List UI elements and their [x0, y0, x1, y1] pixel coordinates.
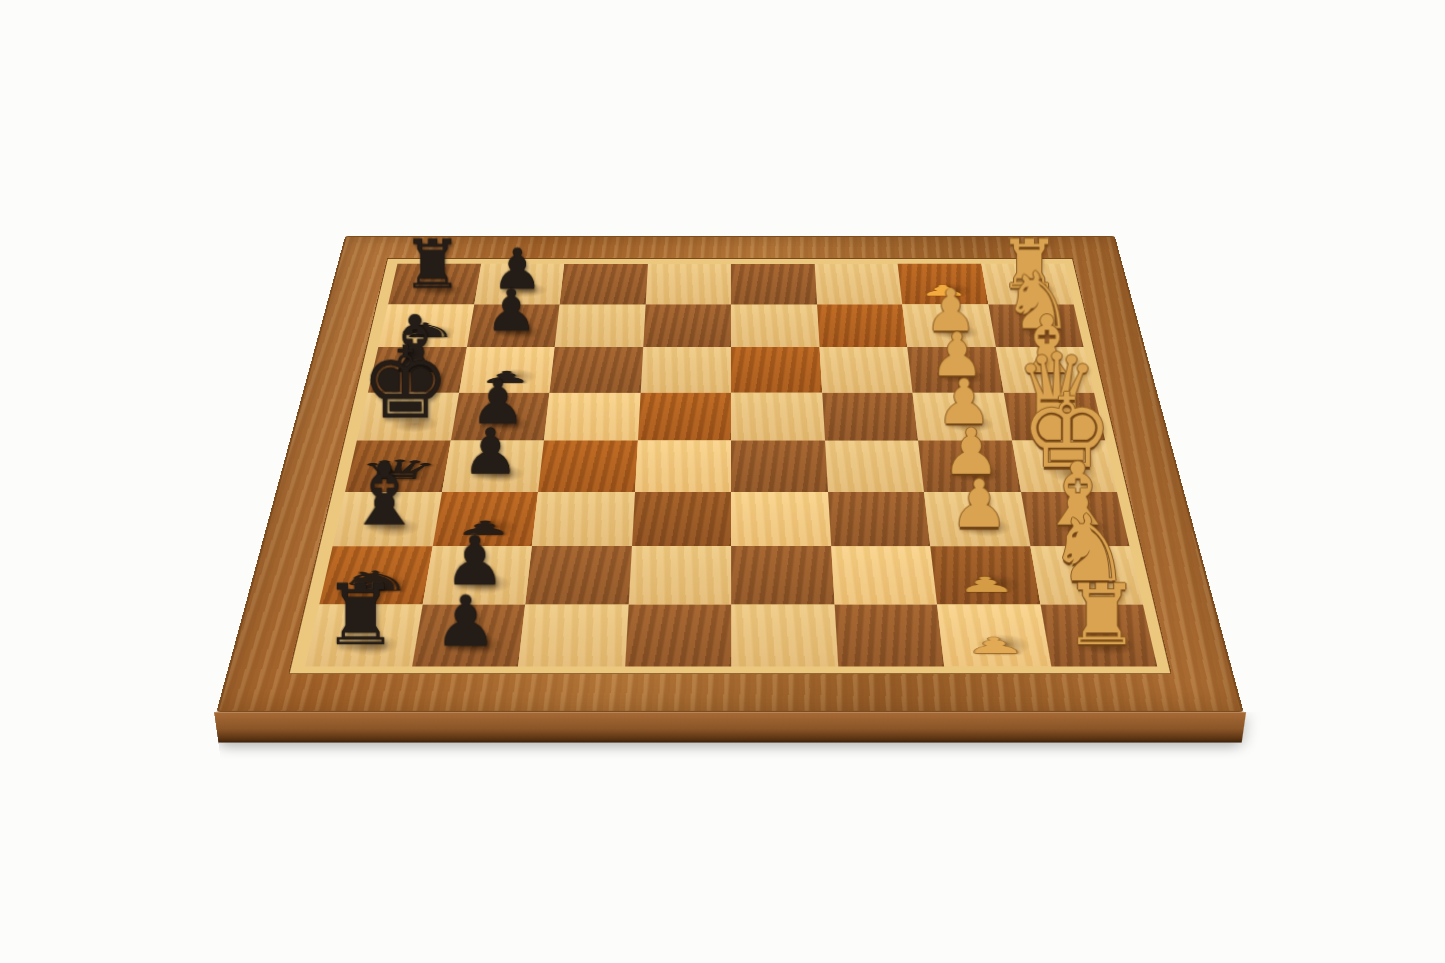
- square-6-2: [525, 546, 631, 604]
- square-0-5: [814, 264, 902, 304]
- square-1-4: [731, 304, 819, 347]
- square-3-4: [731, 392, 825, 440]
- square-2-3: [640, 347, 731, 392]
- square-3-0: ♚: [357, 392, 459, 440]
- black-pawn: ♟: [435, 587, 498, 657]
- square-7-6: ♟: [937, 604, 1051, 666]
- square-3-3: [637, 392, 731, 440]
- board-side-edge: [214, 712, 1246, 742]
- square-7-5: [834, 604, 944, 666]
- square-7-2: [518, 604, 628, 666]
- square-1-5: [817, 304, 908, 347]
- square-0-3: [645, 264, 731, 304]
- board-scene: ♜♟♟♜♞♟♟♞♝♟♟♝♚♟♟♛♛♟♟♚♝♟♟♝♞♟♟♞♜♟♟♜: [290, 0, 1170, 880]
- square-2-2: [549, 347, 642, 392]
- photo-stage: ♜♟♟♜♞♟♟♞♝♟♟♝♚♟♟♛♛♟♟♚♝♟♟♝♞♟♟♞♜♟♟♜: [0, 0, 1445, 963]
- square-0-2: [560, 264, 648, 304]
- square-7-0: ♜: [305, 604, 422, 666]
- white-rook: ♜: [1064, 573, 1139, 657]
- square-6-4: [731, 546, 834, 604]
- square-7-7: ♜: [1040, 604, 1157, 666]
- square-4-5: [825, 441, 924, 492]
- black-pawn: ♟: [485, 282, 537, 340]
- board-frame: ♜♟♟♜♞♟♟♞♝♟♟♝♚♟♟♛♛♟♟♚♝♟♟♝♞♟♟♞♜♟♟♜: [216, 236, 1243, 712]
- square-5-5: [828, 492, 931, 546]
- square-5-4: [731, 492, 831, 546]
- square-0-0: ♜: [388, 264, 481, 304]
- square-5-6: ♟: [924, 492, 1030, 546]
- square-6-5: [831, 546, 937, 604]
- black-king: ♚: [360, 334, 449, 434]
- black-pawn: ♟: [462, 420, 519, 484]
- square-4-4: [731, 441, 828, 492]
- board-inner-border: ♜♟♟♜♞♟♟♞♝♟♟♝♚♟♟♛♛♟♟♚♝♟♟♝♞♟♟♞♜♟♟♜: [288, 258, 1171, 674]
- board-grid: ♜♟♟♜♞♟♟♞♝♟♟♝♚♟♟♛♛♟♟♚♝♟♟♝♞♟♟♞♜♟♟♜: [304, 263, 1159, 667]
- square-3-5: [822, 392, 918, 440]
- black-rook: ♜: [402, 231, 463, 299]
- square-1-1: ♟: [466, 304, 559, 347]
- square-5-0: ♝: [333, 492, 442, 546]
- square-7-3: [625, 604, 732, 666]
- square-4-2: [538, 441, 637, 492]
- chess-board: ♜♟♟♜♞♟♟♞♝♟♟♝♚♟♟♛♛♟♟♚♝♟♟♝♞♟♟♞♜♟♟♜: [216, 236, 1243, 712]
- square-5-3: [631, 492, 731, 546]
- square-4-1: ♟: [442, 441, 544, 492]
- square-2-4: [731, 347, 822, 392]
- square-4-3: [635, 441, 731, 492]
- white-pawn: ♟: [954, 575, 1018, 596]
- square-3-2: [544, 392, 640, 440]
- white-pawn: ♟: [962, 635, 1028, 657]
- square-6-6: ♟: [930, 546, 1040, 604]
- black-rook: ♜: [323, 573, 398, 657]
- black-bishop: ♝: [345, 451, 423, 538]
- square-7-1: ♟: [412, 604, 526, 666]
- square-1-3: [643, 304, 731, 347]
- square-1-2: [555, 304, 646, 347]
- square-6-3: [628, 546, 731, 604]
- square-2-5: [819, 347, 912, 392]
- square-0-4: [731, 264, 817, 304]
- white-pawn: ♟: [949, 472, 1008, 538]
- square-5-2: [532, 492, 635, 546]
- square-7-4: [731, 604, 838, 666]
